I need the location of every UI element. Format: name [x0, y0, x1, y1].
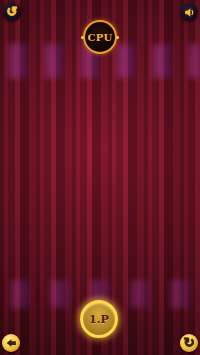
speaker-icon	[183, 6, 196, 19]
redo-button[interactable]: ↻	[180, 334, 198, 352]
opponent-badge-label: CPU	[87, 32, 112, 43]
left-arrow-icon	[5, 337, 17, 349]
undo-button[interactable]	[2, 334, 20, 352]
player-turn-badge: 1.P	[80, 300, 118, 338]
back-button[interactable]: ↺	[3, 3, 21, 21]
player-badge-label: 1.P	[89, 313, 109, 326]
opponent-badge: CPU	[83, 20, 117, 54]
game-screen: ↺ CPU 1.P ↻	[0, 0, 200, 355]
back-icon: ↺	[7, 5, 18, 18]
sound-button[interactable]	[180, 3, 198, 21]
board-frame	[4, 70, 196, 275]
redo-icon: ↻	[184, 336, 195, 349]
